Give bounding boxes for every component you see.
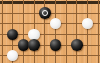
intersection-c1-r3[interactable]: [7, 29, 18, 40]
black-stone: [71, 39, 83, 51]
intersection-c1-r2[interactable]: [7, 18, 18, 29]
intersection-c4-r1[interactable]: [39, 8, 50, 19]
intersection-c7-r5[interactable]: [71, 50, 82, 61]
intersection-c8-r1[interactable]: [82, 8, 93, 19]
intersection-c2-r3[interactable]: [18, 29, 29, 40]
intersection-c4-r4[interactable]: [39, 40, 50, 51]
intersection-c8-r3[interactable]: [82, 29, 93, 40]
board-crop-extension: [29, 61, 40, 63]
intersection-c0-r2[interactable]: [0, 18, 7, 29]
intersection-c9-r2[interactable]: [93, 18, 100, 29]
last-move-marker-icon: [42, 10, 48, 16]
intersection-c8-r0[interactable]: [82, 0, 93, 8]
white-stone: [7, 50, 19, 62]
intersection-c7-r0[interactable]: [71, 0, 82, 8]
intersection-c8-r2[interactable]: [82, 18, 93, 29]
intersection-c2-r0[interactable]: [18, 0, 29, 8]
intersection-c1-r4[interactable]: [7, 40, 18, 51]
intersection-c3-r3[interactable]: [29, 29, 40, 40]
intersection-c5-r5[interactable]: [50, 50, 61, 61]
board-crop-extension: [39, 61, 50, 63]
intersection-c1-r1[interactable]: [7, 8, 18, 19]
intersection-c6-r4[interactable]: [61, 40, 72, 51]
intersection-c9-r4[interactable]: [93, 40, 100, 51]
white-stone: [82, 18, 94, 30]
black-stone: [50, 39, 62, 51]
intersection-c2-r2[interactable]: [18, 18, 29, 29]
intersection-c2-r4[interactable]: [18, 40, 29, 51]
intersection-c6-r5[interactable]: [61, 50, 72, 61]
intersection-c7-r3[interactable]: [71, 29, 82, 40]
board-crop-extension: [0, 61, 7, 63]
go-board: [0, 0, 100, 63]
intersection-c1-r5[interactable]: [7, 50, 18, 61]
board-crop-extension: [93, 61, 100, 63]
intersection-c5-r3[interactable]: [50, 29, 61, 40]
intersection-c6-r0[interactable]: [61, 0, 72, 8]
intersection-c0-r1[interactable]: [0, 8, 7, 19]
board-crop-extension: [7, 61, 18, 63]
intersection-c7-r2[interactable]: [71, 18, 82, 29]
board-crop-extension: [18, 61, 29, 63]
intersection-c3-r4[interactable]: [29, 40, 40, 51]
intersection-c7-r1[interactable]: [71, 8, 82, 19]
intersection-c0-r0[interactable]: [0, 0, 7, 8]
intersection-c2-r1[interactable]: [18, 8, 29, 19]
white-stone: [50, 18, 62, 30]
intersection-c6-r1[interactable]: [61, 8, 72, 19]
board-grid[interactable]: [0, 0, 100, 63]
intersection-c9-r1[interactable]: [93, 8, 100, 19]
intersection-c3-r0[interactable]: [29, 0, 40, 8]
intersection-c8-r5[interactable]: [82, 50, 93, 61]
intersection-c9-r5[interactable]: [93, 50, 100, 61]
intersection-c6-r3[interactable]: [61, 29, 72, 40]
intersection-c3-r5[interactable]: [29, 50, 40, 61]
black-stone: [39, 7, 51, 19]
intersection-c4-r5[interactable]: [39, 50, 50, 61]
intersection-c5-r0[interactable]: [50, 0, 61, 8]
intersection-c5-r4[interactable]: [50, 40, 61, 51]
board-crop-extension: [50, 61, 61, 63]
intersection-c3-r1[interactable]: [29, 8, 40, 19]
board-crop-extension: [61, 61, 72, 63]
intersection-c5-r1[interactable]: [50, 8, 61, 19]
intersection-c5-r2[interactable]: [50, 18, 61, 29]
black-stone: [28, 39, 40, 51]
black-stone: [7, 29, 19, 41]
intersection-c3-r2[interactable]: [29, 18, 40, 29]
intersection-c0-r4[interactable]: [0, 40, 7, 51]
intersection-c9-r3[interactable]: [93, 29, 100, 40]
intersection-c6-r2[interactable]: [61, 18, 72, 29]
intersection-c4-r3[interactable]: [39, 29, 50, 40]
intersection-c1-r0[interactable]: [7, 0, 18, 8]
board-crop-extension: [71, 61, 82, 63]
intersection-c9-r0[interactable]: [93, 0, 100, 8]
intersection-c4-r2[interactable]: [39, 18, 50, 29]
intersection-c7-r4[interactable]: [71, 40, 82, 51]
board-crop-extension: [82, 61, 93, 63]
intersection-c8-r4[interactable]: [82, 40, 93, 51]
intersection-c2-r5[interactable]: [18, 50, 29, 61]
